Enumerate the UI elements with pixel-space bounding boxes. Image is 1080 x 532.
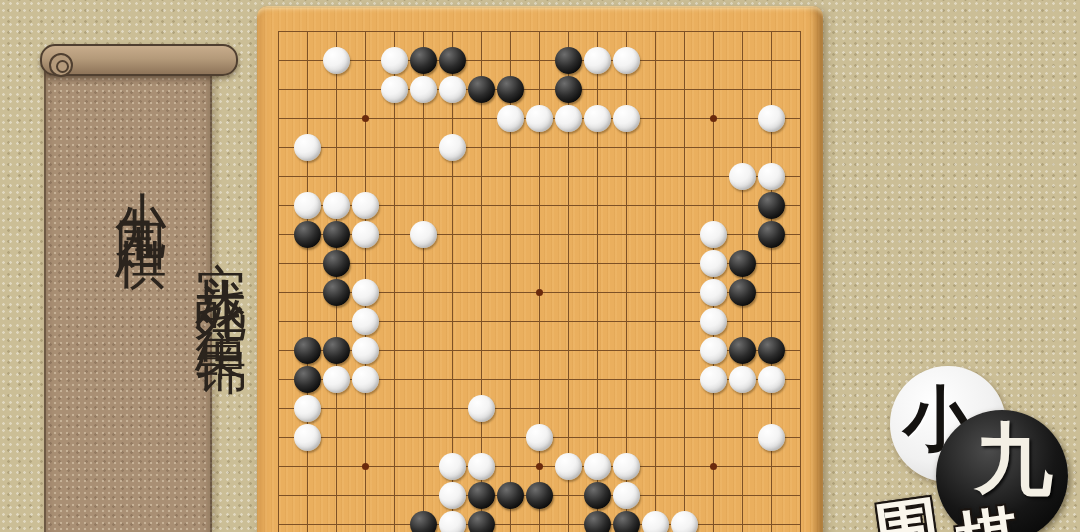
white-stone — [323, 366, 350, 393]
scroll-paper: 小九围棋 实战死活集锦 — [44, 70, 212, 532]
white-stone — [700, 279, 727, 306]
white-stone — [758, 163, 785, 190]
black-stone — [526, 482, 553, 509]
white-stone — [671, 511, 698, 532]
white-stone — [381, 76, 408, 103]
white-stone — [468, 453, 495, 480]
white-stone — [294, 192, 321, 219]
black-stone — [410, 47, 437, 74]
white-stone — [294, 395, 321, 422]
white-stone — [700, 337, 727, 364]
black-stone — [497, 76, 524, 103]
black-stone — [323, 221, 350, 248]
white-stone — [555, 105, 582, 132]
white-stone — [700, 366, 727, 393]
white-stone — [700, 308, 727, 335]
white-stone — [468, 395, 495, 422]
black-stone — [294, 221, 321, 248]
white-stone — [555, 453, 582, 480]
white-stone — [352, 221, 379, 248]
white-stone — [439, 453, 466, 480]
white-stone — [439, 76, 466, 103]
black-stone — [584, 511, 611, 532]
white-stone — [294, 424, 321, 451]
white-stone — [410, 76, 437, 103]
white-stone — [584, 47, 611, 74]
white-stone — [613, 453, 640, 480]
black-stone — [584, 482, 611, 509]
white-stone — [584, 453, 611, 480]
black-stone — [555, 47, 582, 74]
white-stone — [729, 163, 756, 190]
black-stone — [468, 511, 495, 532]
white-stone — [700, 250, 727, 277]
banner-title-sub: 实战死活集锦 — [186, 220, 256, 322]
white-stone — [410, 221, 437, 248]
white-stone — [584, 105, 611, 132]
go-board — [257, 6, 823, 532]
white-stone — [613, 105, 640, 132]
black-stone — [729, 279, 756, 306]
black-stone — [555, 76, 582, 103]
black-stone — [758, 192, 785, 219]
black-stone — [468, 76, 495, 103]
black-stone — [729, 250, 756, 277]
white-stone — [381, 47, 408, 74]
board-stones-grid — [264, 17, 815, 532]
black-stone — [758, 221, 785, 248]
scroll-banner: 小九围棋 实战死活集锦 — [40, 44, 240, 532]
black-stone — [410, 511, 437, 532]
black-stone — [323, 337, 350, 364]
white-stone — [352, 366, 379, 393]
black-stone — [729, 337, 756, 364]
white-stone — [294, 134, 321, 161]
scroll-top-roll — [40, 44, 238, 76]
black-stone — [294, 366, 321, 393]
white-stone — [758, 366, 785, 393]
white-stone — [323, 47, 350, 74]
black-stone — [294, 337, 321, 364]
scroll-curl-icon — [49, 53, 73, 77]
brand-logo: 小 九 围 棋 — [860, 360, 1080, 532]
black-stone — [758, 337, 785, 364]
white-stone — [439, 511, 466, 532]
white-stone — [323, 192, 350, 219]
white-stone — [700, 221, 727, 248]
white-stone — [352, 337, 379, 364]
white-stone — [352, 308, 379, 335]
white-stone — [439, 134, 466, 161]
logo-outline-char-1: 围 — [870, 482, 945, 532]
banner-title-main: 小九围棋 — [106, 150, 176, 214]
white-stone — [526, 105, 553, 132]
white-stone — [758, 424, 785, 451]
white-stone — [439, 482, 466, 509]
white-stone — [526, 424, 553, 451]
white-stone — [613, 482, 640, 509]
black-stone — [323, 250, 350, 277]
white-stone — [352, 279, 379, 306]
white-stone — [729, 366, 756, 393]
white-stone — [642, 511, 669, 532]
black-stone — [613, 511, 640, 532]
white-stone — [352, 192, 379, 219]
black-stone — [497, 482, 524, 509]
black-stone — [323, 279, 350, 306]
black-stone — [468, 482, 495, 509]
white-stone — [613, 47, 640, 74]
black-stone — [439, 47, 466, 74]
white-stone — [758, 105, 785, 132]
white-stone — [497, 105, 524, 132]
